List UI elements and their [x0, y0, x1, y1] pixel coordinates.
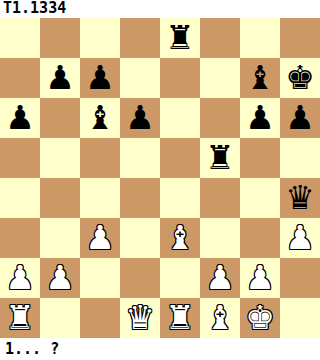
square-a3[interactable]: [0, 218, 40, 258]
square-h2[interactable]: [280, 258, 320, 298]
piece-white-pawn[interactable]: ♟: [0, 258, 40, 298]
square-e8[interactable]: ♜: [160, 18, 200, 58]
square-d5[interactable]: [120, 138, 160, 178]
square-a4[interactable]: [0, 178, 40, 218]
square-f3[interactable]: [200, 218, 240, 258]
square-b5[interactable]: [40, 138, 80, 178]
square-d6[interactable]: ♟: [120, 98, 160, 138]
square-d8[interactable]: [120, 18, 160, 58]
square-a2[interactable]: ♟: [0, 258, 40, 298]
square-e7[interactable]: [160, 58, 200, 98]
square-f6[interactable]: [200, 98, 240, 138]
piece-white-bishop[interactable]: ♝: [160, 218, 200, 258]
piece-black-king[interactable]: ♚: [280, 58, 320, 98]
piece-white-king[interactable]: ♚: [240, 298, 280, 338]
piece-black-queen[interactable]: ♛: [280, 178, 320, 218]
piece-black-bishop[interactable]: ♝: [240, 58, 280, 98]
piece-white-pawn[interactable]: ♟: [40, 258, 80, 298]
square-a5[interactable]: [0, 138, 40, 178]
chess-board: ♜♟♟♝♚♟♝♟♟♟♜♛♟♝♟♟♟♟♟♜♛♜♝♚: [0, 18, 320, 338]
square-f1[interactable]: ♝: [200, 298, 240, 338]
square-b8[interactable]: [40, 18, 80, 58]
square-g4[interactable]: [240, 178, 280, 218]
square-h3[interactable]: ♟: [280, 218, 320, 258]
square-a6[interactable]: ♟: [0, 98, 40, 138]
piece-black-pawn[interactable]: ♟: [80, 58, 120, 98]
piece-black-bishop[interactable]: ♝: [80, 98, 120, 138]
square-b1[interactable]: [40, 298, 80, 338]
piece-white-pawn[interactable]: ♟: [80, 218, 120, 258]
square-c1[interactable]: [80, 298, 120, 338]
square-f5[interactable]: ♜: [200, 138, 240, 178]
square-e3[interactable]: ♝: [160, 218, 200, 258]
square-f4[interactable]: [200, 178, 240, 218]
square-g5[interactable]: [240, 138, 280, 178]
piece-white-bishop[interactable]: ♝: [200, 298, 240, 338]
square-a1[interactable]: ♜: [0, 298, 40, 338]
square-g3[interactable]: [240, 218, 280, 258]
piece-white-pawn[interactable]: ♟: [240, 258, 280, 298]
square-c5[interactable]: [80, 138, 120, 178]
square-h5[interactable]: [280, 138, 320, 178]
piece-white-queen[interactable]: ♛: [120, 298, 160, 338]
piece-black-pawn[interactable]: ♟: [280, 98, 320, 138]
square-e1[interactable]: ♜: [160, 298, 200, 338]
square-c4[interactable]: [80, 178, 120, 218]
piece-black-rook[interactable]: ♜: [160, 18, 200, 58]
square-g7[interactable]: ♝: [240, 58, 280, 98]
square-d2[interactable]: [120, 258, 160, 298]
square-d7[interactable]: [120, 58, 160, 98]
square-f2[interactable]: ♟: [200, 258, 240, 298]
square-c7[interactable]: ♟: [80, 58, 120, 98]
square-f7[interactable]: [200, 58, 240, 98]
move-prompt: 1... ?: [0, 338, 320, 360]
square-h7[interactable]: ♚: [280, 58, 320, 98]
square-d3[interactable]: [120, 218, 160, 258]
square-h1[interactable]: [280, 298, 320, 338]
square-d1[interactable]: ♛: [120, 298, 160, 338]
square-c2[interactable]: [80, 258, 120, 298]
square-h6[interactable]: ♟: [280, 98, 320, 138]
square-g1[interactable]: ♚: [240, 298, 280, 338]
square-b7[interactable]: ♟: [40, 58, 80, 98]
square-f8[interactable]: [200, 18, 240, 58]
piece-black-pawn[interactable]: ♟: [240, 98, 280, 138]
square-a8[interactable]: [0, 18, 40, 58]
square-e5[interactable]: [160, 138, 200, 178]
square-d4[interactable]: [120, 178, 160, 218]
square-h8[interactable]: [280, 18, 320, 58]
piece-white-pawn[interactable]: ♟: [280, 218, 320, 258]
piece-black-pawn[interactable]: ♟: [0, 98, 40, 138]
square-g6[interactable]: ♟: [240, 98, 280, 138]
square-g2[interactable]: ♟: [240, 258, 280, 298]
square-b3[interactable]: [40, 218, 80, 258]
puzzle-title: T1.1334: [0, 0, 320, 18]
piece-black-rook[interactable]: ♜: [200, 138, 240, 178]
square-b4[interactable]: [40, 178, 80, 218]
square-g8[interactable]: [240, 18, 280, 58]
piece-black-pawn[interactable]: ♟: [120, 98, 160, 138]
piece-white-pawn[interactable]: ♟: [200, 258, 240, 298]
square-e4[interactable]: [160, 178, 200, 218]
square-c6[interactable]: ♝: [80, 98, 120, 138]
piece-white-rook[interactable]: ♜: [0, 298, 40, 338]
square-e6[interactable]: [160, 98, 200, 138]
square-c8[interactable]: [80, 18, 120, 58]
square-c3[interactable]: ♟: [80, 218, 120, 258]
square-a7[interactable]: [0, 58, 40, 98]
square-b6[interactable]: [40, 98, 80, 138]
square-b2[interactable]: ♟: [40, 258, 80, 298]
piece-black-pawn[interactable]: ♟: [40, 58, 80, 98]
square-h4[interactable]: ♛: [280, 178, 320, 218]
piece-white-rook[interactable]: ♜: [160, 298, 200, 338]
square-e2[interactable]: [160, 258, 200, 298]
